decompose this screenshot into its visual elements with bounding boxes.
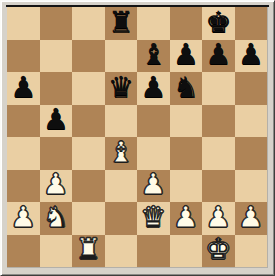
piece-white-bishop[interactable]: ♝	[108, 138, 134, 167]
square-a5[interactable]	[7, 105, 40, 138]
square-c6[interactable]	[72, 72, 105, 105]
square-a7[interactable]	[7, 40, 40, 73]
square-d8[interactable]: ♜	[105, 7, 138, 40]
square-d1[interactable]	[105, 235, 138, 268]
square-a2[interactable]: ♟	[7, 202, 40, 235]
piece-black-pawn[interactable]: ♟	[43, 105, 69, 134]
square-g8[interactable]: ♚	[202, 7, 235, 40]
square-h2[interactable]: ♟	[235, 202, 268, 235]
square-b8[interactable]	[40, 7, 73, 40]
piece-white-king[interactable]: ♚	[205, 235, 231, 264]
square-g7[interactable]: ♟	[202, 40, 235, 73]
square-f5[interactable]	[170, 105, 203, 138]
square-h7[interactable]: ♟	[235, 40, 268, 73]
square-c8[interactable]	[72, 7, 105, 40]
square-h4[interactable]	[235, 137, 268, 170]
square-b5[interactable]: ♟	[40, 105, 73, 138]
square-b4[interactable]	[40, 137, 73, 170]
square-e1[interactable]	[137, 235, 170, 268]
square-h8[interactable]	[235, 7, 268, 40]
square-e4[interactable]	[137, 137, 170, 170]
piece-white-pawn[interactable]: ♟	[140, 170, 166, 199]
piece-black-pawn[interactable]: ♟	[238, 40, 264, 69]
square-c3[interactable]	[72, 170, 105, 203]
square-h1[interactable]	[235, 235, 268, 268]
square-a6[interactable]: ♟	[7, 72, 40, 105]
square-b1[interactable]	[40, 235, 73, 268]
piece-black-king[interactable]: ♚	[205, 8, 231, 37]
square-c1[interactable]: ♜	[72, 235, 105, 268]
square-c2[interactable]	[72, 202, 105, 235]
square-b2[interactable]: ♞	[40, 202, 73, 235]
square-h3[interactable]	[235, 170, 268, 203]
square-f6[interactable]: ♞	[170, 72, 203, 105]
square-c7[interactable]	[72, 40, 105, 73]
piece-white-pawn[interactable]: ♟	[10, 203, 36, 232]
square-a1[interactable]	[7, 235, 40, 268]
piece-white-pawn[interactable]: ♟	[173, 203, 199, 232]
square-d5[interactable]	[105, 105, 138, 138]
square-h6[interactable]	[235, 72, 268, 105]
square-g6[interactable]	[202, 72, 235, 105]
square-f8[interactable]	[170, 7, 203, 40]
piece-white-queen[interactable]: ♛	[140, 203, 166, 232]
square-d4[interactable]: ♝	[105, 137, 138, 170]
square-c5[interactable]	[72, 105, 105, 138]
square-f1[interactable]	[170, 235, 203, 268]
piece-black-pawn[interactable]: ♟	[173, 40, 199, 69]
piece-white-pawn[interactable]: ♟	[43, 170, 69, 199]
piece-white-rook[interactable]: ♜	[75, 235, 101, 264]
piece-black-pawn[interactable]: ♟	[205, 40, 231, 69]
square-g2[interactable]: ♟	[202, 202, 235, 235]
piece-black-pawn[interactable]: ♟	[10, 73, 36, 102]
square-d6[interactable]: ♛	[105, 72, 138, 105]
piece-black-knight[interactable]: ♞	[173, 73, 199, 102]
square-f7[interactable]: ♟	[170, 40, 203, 73]
piece-black-bishop[interactable]: ♝	[140, 40, 166, 69]
square-f3[interactable]	[170, 170, 203, 203]
square-f2[interactable]: ♟	[170, 202, 203, 235]
square-b6[interactable]	[40, 72, 73, 105]
chess-board[interactable]: ♜♚♝♟♟♟♟♛♟♞♟♝♟♟♟♞♛♟♟♟♜♚	[7, 7, 268, 268]
square-g3[interactable]	[202, 170, 235, 203]
square-d3[interactable]	[105, 170, 138, 203]
square-a8[interactable]	[7, 7, 40, 40]
square-e2[interactable]: ♛	[137, 202, 170, 235]
piece-white-knight[interactable]: ♞	[43, 203, 69, 232]
square-e3[interactable]: ♟	[137, 170, 170, 203]
piece-black-queen[interactable]: ♛	[108, 73, 134, 102]
chess-board-window: ♜♚♝♟♟♟♟♛♟♞♟♝♟♟♟♞♛♟♟♟♜♚	[0, 0, 275, 276]
piece-white-pawn[interactable]: ♟	[238, 203, 264, 232]
piece-black-rook[interactable]: ♜	[108, 8, 134, 37]
square-b7[interactable]	[40, 40, 73, 73]
square-a3[interactable]	[7, 170, 40, 203]
square-a4[interactable]	[7, 137, 40, 170]
square-g4[interactable]	[202, 137, 235, 170]
square-g5[interactable]	[202, 105, 235, 138]
square-g1[interactable]: ♚	[202, 235, 235, 268]
square-e6[interactable]: ♟	[137, 72, 170, 105]
square-f4[interactable]	[170, 137, 203, 170]
square-d7[interactable]	[105, 40, 138, 73]
square-e8[interactable]	[137, 7, 170, 40]
piece-white-pawn[interactable]: ♟	[205, 203, 231, 232]
piece-black-pawn[interactable]: ♟	[140, 73, 166, 102]
square-e5[interactable]	[137, 105, 170, 138]
square-d2[interactable]	[105, 202, 138, 235]
square-e7[interactable]: ♝	[137, 40, 170, 73]
square-b3[interactable]: ♟	[40, 170, 73, 203]
square-c4[interactable]	[72, 137, 105, 170]
square-h5[interactable]	[235, 105, 268, 138]
